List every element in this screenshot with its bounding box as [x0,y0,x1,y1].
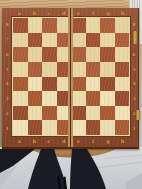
coords-bottom-label-6: g [101,137,116,145]
square-a4 [13,77,28,92]
square-a7 [13,33,28,48]
square-f1 [86,120,101,135]
square-e4 [71,77,86,92]
square-a1 [13,120,28,135]
square-c6 [42,47,57,62]
square-g5 [100,62,115,77]
board-fold-seam [68,8,73,147]
coords-top-label-2: c [42,9,57,17]
square-h7 [115,33,130,48]
coords-left-label-6: 2 [3,106,11,121]
square-f8 [86,18,101,33]
coords-top-label-5: f [86,9,101,17]
coords-right-label-2: 6 [130,47,138,62]
coords-left-label-2: 6 [3,47,11,62]
coords-right-label-4: 4 [130,77,138,92]
square-e2 [71,106,86,121]
square-b6 [28,47,43,62]
square-h3 [115,91,130,106]
brass-hinge-upper [133,31,137,44]
coords-left-label-3: 5 [3,62,11,77]
file-labels-bottom: abcdefgh [12,137,130,145]
square-g2 [100,106,115,121]
coords-top-label-6: g [101,9,116,17]
square-c5 [42,62,57,77]
square-a8 [13,18,28,33]
table-and-floor [0,147,142,189]
square-h8 [115,18,130,33]
coords-top-label-1: b [27,9,42,17]
square-b1 [28,120,43,135]
coords-top-label-7: h [115,9,130,17]
square-b2 [28,106,43,121]
square-g1 [100,120,115,135]
square-f7 [86,33,101,48]
square-g4 [100,77,115,92]
square-a2 [13,106,28,121]
square-h6 [115,47,130,62]
square-c7 [42,33,57,48]
coords-bottom-label-5: f [86,137,101,145]
square-g7 [100,33,115,48]
square-e3 [71,91,86,106]
square-g6 [100,47,115,62]
square-h4 [115,77,130,92]
square-f6 [86,47,101,62]
square-c1 [42,120,57,135]
square-e6 [71,47,86,62]
coords-right-label-7: 1 [130,121,138,136]
square-a6 [13,47,28,62]
coords-bottom-label-4: e [71,137,86,145]
coords-left-label-4: 4 [3,77,11,92]
square-g3 [100,91,115,106]
square-c3 [42,91,57,106]
square-e7 [71,33,86,48]
square-e8 [71,18,86,33]
rank-labels-left: 87654321 [3,17,11,136]
chess-board: abcdefgh abcdefgh 87654321 87654321 [2,8,139,149]
square-b5 [28,62,43,77]
coords-bottom-label-7: h [115,137,130,145]
coords-top-label-0: a [12,9,27,17]
coords-left-label-0: 8 [3,17,11,32]
coords-left-label-7: 1 [3,121,11,136]
coords-bottom-label-0: a [12,137,27,145]
square-b8 [28,18,43,33]
coords-right-label-0: 8 [130,17,138,32]
coords-top-label-3: d [56,9,71,17]
square-b7 [28,33,43,48]
square-b4 [28,77,43,92]
photo-scene: abcdefgh abcdefgh 87654321 87654321 [0,0,142,189]
square-a5 [13,62,28,77]
file-labels-top: abcdefgh [12,9,130,17]
square-g8 [100,18,115,33]
square-f4 [86,77,101,92]
brass-hinge-lower [136,110,140,120]
coords-right-label-3: 5 [130,62,138,77]
square-e5 [71,62,86,77]
square-f2 [86,106,101,121]
square-c8 [42,18,57,33]
square-e1 [71,120,86,135]
coords-left-label-5: 3 [3,91,11,106]
square-b3 [28,91,43,106]
coords-bottom-label-3: d [56,137,71,145]
square-c4 [42,77,57,92]
square-h1 [115,120,130,135]
square-f3 [86,91,101,106]
coords-left-label-1: 7 [3,32,11,47]
square-h5 [115,62,130,77]
square-f5 [86,62,101,77]
square-a3 [13,91,28,106]
coords-top-label-4: e [71,9,86,17]
coords-right-label-5: 3 [130,91,138,106]
coords-bottom-label-1: b [27,137,42,145]
square-h2 [115,106,130,121]
coords-bottom-label-2: c [42,137,57,145]
square-c2 [42,106,57,121]
